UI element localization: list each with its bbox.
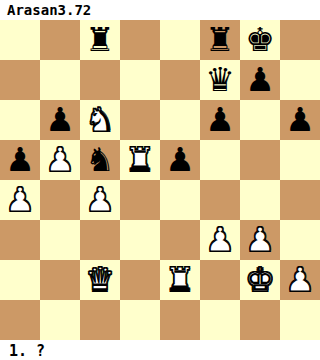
piece-black-pawn-h6[interactable]: ♟: [285, 100, 315, 140]
piece-white-pawn-f3[interactable]: ♟: [205, 220, 235, 260]
square-d5[interactable]: ♜: [120, 140, 160, 180]
piece-black-king-g8[interactable]: ♚: [245, 20, 275, 60]
square-h4[interactable]: [280, 180, 320, 220]
square-g2[interactable]: ♚: [240, 260, 280, 300]
piece-black-pawn-e5[interactable]: ♟: [165, 140, 195, 180]
piece-white-pawn-b5[interactable]: ♟: [45, 140, 75, 180]
piece-black-rook-c8[interactable]: ♜: [85, 20, 115, 60]
square-b5[interactable]: ♟: [40, 140, 80, 180]
piece-black-pawn-g7[interactable]: ♟: [245, 60, 275, 100]
square-f6[interactable]: ♟: [200, 100, 240, 140]
square-g5[interactable]: [240, 140, 280, 180]
square-e1[interactable]: [160, 300, 200, 340]
square-f2[interactable]: [200, 260, 240, 300]
square-g7[interactable]: ♟: [240, 60, 280, 100]
square-c3[interactable]: [80, 220, 120, 260]
square-a5[interactable]: ♟: [0, 140, 40, 180]
square-f5[interactable]: [200, 140, 240, 180]
square-b2[interactable]: [40, 260, 80, 300]
piece-white-rook-e2[interactable]: ♜: [165, 260, 195, 300]
square-h2[interactable]: ♟: [280, 260, 320, 300]
square-g8[interactable]: ♚: [240, 20, 280, 60]
square-f8[interactable]: ♜: [200, 20, 240, 60]
square-f7[interactable]: ♛: [200, 60, 240, 100]
square-f1[interactable]: [200, 300, 240, 340]
square-d4[interactable]: [120, 180, 160, 220]
square-d7[interactable]: [120, 60, 160, 100]
piece-white-knight-c6[interactable]: ♞: [85, 100, 115, 140]
square-e3[interactable]: [160, 220, 200, 260]
square-f3[interactable]: ♟: [200, 220, 240, 260]
piece-black-pawn-b6[interactable]: ♟: [45, 100, 75, 140]
square-a6[interactable]: [0, 100, 40, 140]
window-title: Arasan3.72: [0, 0, 320, 20]
square-g3[interactable]: ♟: [240, 220, 280, 260]
chess-app-window: Arasan3.72 ♜♜♚♛♟♟♞♟♟♟♟♞♜♟♟♟♟♟♛♜♚♟ 1. ?: [0, 0, 320, 360]
square-c8[interactable]: ♜: [80, 20, 120, 60]
square-d6[interactable]: [120, 100, 160, 140]
move-prompt: 1. ?: [0, 340, 320, 360]
square-c4[interactable]: ♟: [80, 180, 120, 220]
chess-board: ♜♜♚♛♟♟♞♟♟♟♟♞♜♟♟♟♟♟♛♜♚♟: [0, 20, 320, 340]
square-e2[interactable]: ♜: [160, 260, 200, 300]
square-a8[interactable]: [0, 20, 40, 60]
square-e5[interactable]: ♟: [160, 140, 200, 180]
square-g1[interactable]: [240, 300, 280, 340]
square-c5[interactable]: ♞: [80, 140, 120, 180]
square-f4[interactable]: [200, 180, 240, 220]
square-d8[interactable]: [120, 20, 160, 60]
square-a1[interactable]: [0, 300, 40, 340]
piece-black-queen-f7[interactable]: ♛: [205, 60, 235, 100]
square-h3[interactable]: [280, 220, 320, 260]
piece-black-rook-f8[interactable]: ♜: [205, 20, 235, 60]
square-d2[interactable]: [120, 260, 160, 300]
square-h6[interactable]: ♟: [280, 100, 320, 140]
square-a2[interactable]: [0, 260, 40, 300]
square-b8[interactable]: [40, 20, 80, 60]
square-h8[interactable]: [280, 20, 320, 60]
square-a4[interactable]: ♟: [0, 180, 40, 220]
piece-black-pawn-f6[interactable]: ♟: [205, 100, 235, 140]
square-c2[interactable]: ♛: [80, 260, 120, 300]
piece-white-pawn-h2[interactable]: ♟: [285, 260, 315, 300]
square-b6[interactable]: ♟: [40, 100, 80, 140]
square-a3[interactable]: [0, 220, 40, 260]
square-b4[interactable]: [40, 180, 80, 220]
square-h1[interactable]: [280, 300, 320, 340]
piece-white-pawn-a4[interactable]: ♟: [5, 180, 35, 220]
square-c1[interactable]: [80, 300, 120, 340]
square-g4[interactable]: [240, 180, 280, 220]
square-a7[interactable]: [0, 60, 40, 100]
piece-white-rook-d5[interactable]: ♜: [125, 140, 155, 180]
square-b1[interactable]: [40, 300, 80, 340]
square-e7[interactable]: [160, 60, 200, 100]
square-d1[interactable]: [120, 300, 160, 340]
square-e8[interactable]: [160, 20, 200, 60]
square-c6[interactable]: ♞: [80, 100, 120, 140]
square-d3[interactable]: [120, 220, 160, 260]
square-h5[interactable]: [280, 140, 320, 180]
square-b3[interactable]: [40, 220, 80, 260]
square-b7[interactable]: [40, 60, 80, 100]
piece-white-pawn-c4[interactable]: ♟: [85, 180, 115, 220]
piece-black-pawn-a5[interactable]: ♟: [5, 140, 35, 180]
square-e6[interactable]: [160, 100, 200, 140]
square-h7[interactable]: [280, 60, 320, 100]
piece-white-pawn-g3[interactable]: ♟: [245, 220, 275, 260]
piece-white-queen-c2[interactable]: ♛: [85, 260, 115, 300]
square-c7[interactable]: [80, 60, 120, 100]
square-g6[interactable]: [240, 100, 280, 140]
piece-white-king-g2[interactable]: ♚: [245, 260, 275, 300]
square-e4[interactable]: [160, 180, 200, 220]
piece-black-knight-c5[interactable]: ♞: [85, 140, 115, 180]
